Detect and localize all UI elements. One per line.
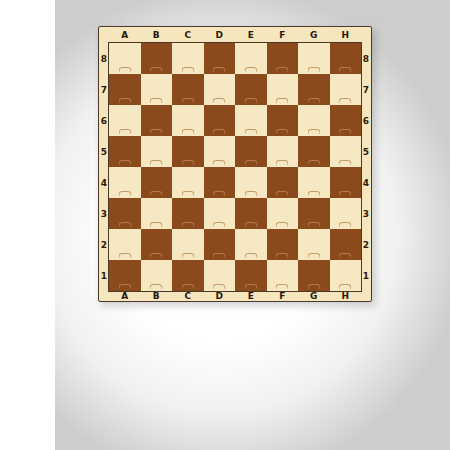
black-piece-row-knight [112,376,176,430]
black-piece-row-rook [70,376,134,430]
white-piece-row-bishop [183,325,247,379]
black-piece-row-pawn [280,376,344,430]
white-piece-row-rook [98,325,162,379]
white-piece-row-king [228,325,292,379]
black-piece-row-king [193,376,257,430]
white-piece-row-queen [271,325,335,379]
black-piece-row-bishop [153,376,217,430]
white-piece-row-knight [143,325,207,379]
white-piece-row-pawn [313,325,377,379]
black-piece-row-queen [236,376,300,430]
piece-icon-rows [0,0,450,450]
